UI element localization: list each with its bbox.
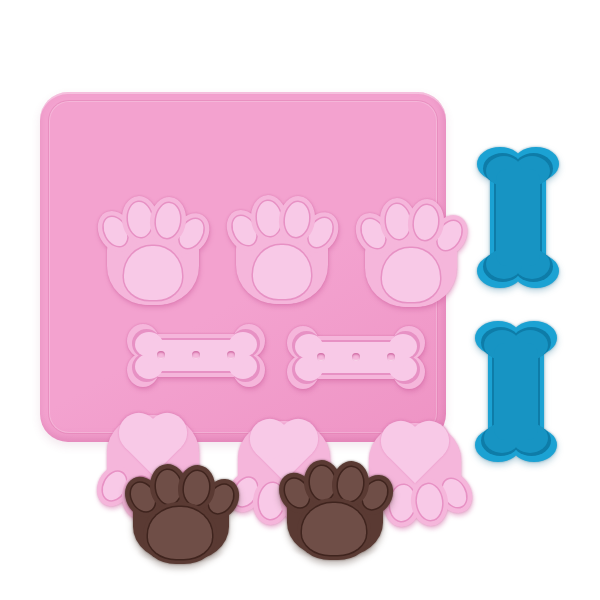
scene xyxy=(0,0,600,600)
bone-rivet-dot xyxy=(227,351,235,359)
chocolate-paw-2 xyxy=(281,461,389,559)
mold-cavity-paw-2 xyxy=(229,195,335,307)
mold-cavity-paw-3 xyxy=(358,198,464,310)
paw-heart-pad xyxy=(381,422,449,480)
paw-pad xyxy=(382,248,440,302)
bone-rivet-dot xyxy=(352,353,360,361)
silicone-mold xyxy=(40,92,446,442)
bone-shaft xyxy=(494,343,538,440)
bone-candy-2 xyxy=(475,321,557,462)
mold-cavity-bone-2 xyxy=(287,326,425,389)
bone-rivet-dot xyxy=(157,351,165,359)
paw-heart-pad xyxy=(119,414,187,472)
bone-candy-1 xyxy=(477,147,559,288)
heart-core xyxy=(387,427,444,484)
mold-cavity-paw-1 xyxy=(100,196,206,308)
paw-pad xyxy=(148,507,212,559)
paw-pad xyxy=(302,503,366,555)
paw-pad xyxy=(253,245,311,299)
bone-shaft xyxy=(496,169,540,266)
chocolate-paw-1 xyxy=(127,465,235,563)
paw-pad xyxy=(124,246,182,300)
bone-rivet-dot xyxy=(387,353,395,361)
bone-layer xyxy=(484,330,548,453)
mold-cavity-bone-1 xyxy=(127,324,265,387)
bone-rivet-dot xyxy=(317,353,325,361)
bone-rivet-dot xyxy=(192,351,200,359)
bone-layer xyxy=(486,156,550,279)
